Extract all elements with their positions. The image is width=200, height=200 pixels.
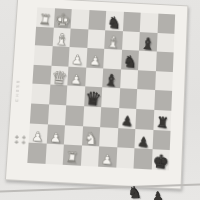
- captured-black-pawn-2[interactable]: ♟: [149, 184, 167, 200]
- photo-scene: CHESS + + + + ♜♚♞♝♝♝♟♟♞♛♟♝♛♟♜♟♟♞♟♜♟♚ ♞♟: [0, 0, 200, 200]
- captured-pieces-area: ♞♟: [0, 0, 200, 200]
- captured-black-knight-1[interactable]: ♞: [126, 181, 144, 200]
